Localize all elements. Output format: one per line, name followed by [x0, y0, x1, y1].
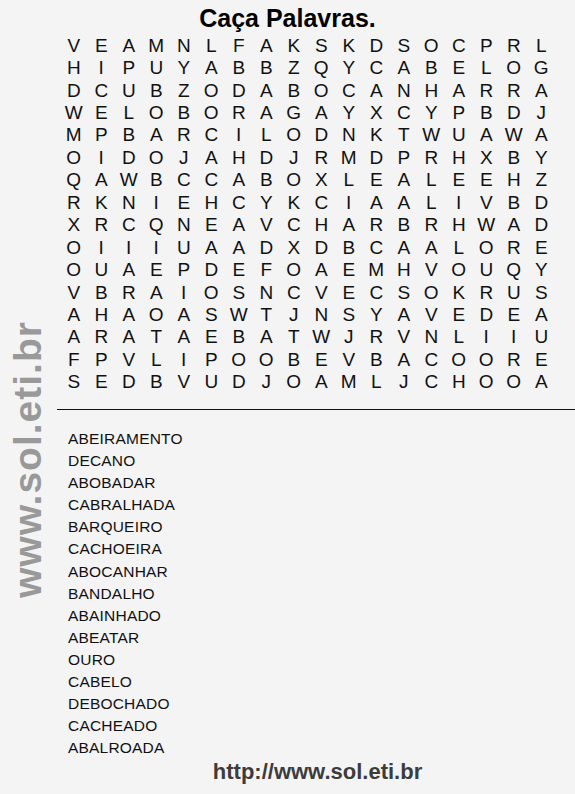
word-list-item: ABEATAR: [68, 627, 183, 649]
grid-cell[interactable]: H: [418, 79, 446, 101]
grid-cell[interactable]: J: [280, 146, 308, 168]
grid-cell[interactable]: A: [88, 169, 116, 191]
grid-cell[interactable]: A: [528, 371, 556, 393]
grid-cell[interactable]: V: [335, 348, 363, 370]
grid-cell[interactable]: C: [88, 79, 116, 101]
grid-cell[interactable]: P: [170, 258, 198, 280]
word-list-item: ABOCANHAR: [68, 561, 183, 583]
grid-cell[interactable]: K: [335, 34, 363, 56]
grid-cell[interactable]: W: [418, 124, 446, 146]
word-list-item: BANDALHO: [68, 583, 183, 605]
grid-cell[interactable]: W: [115, 169, 143, 191]
grid-cell[interactable]: A: [253, 101, 281, 123]
grid-cell[interactable]: X: [473, 146, 501, 168]
grid-cell[interactable]: E: [528, 236, 556, 258]
grid-cell[interactable]: A: [225, 169, 253, 191]
grid-cell[interactable]: E: [445, 169, 473, 191]
grid-cell[interactable]: Y: [335, 101, 363, 123]
grid-cell[interactable]: A: [445, 79, 473, 101]
grid-cell[interactable]: B: [253, 56, 281, 78]
grid-cell[interactable]: K: [280, 34, 308, 56]
grid-cell[interactable]: C: [198, 124, 226, 146]
grid-cell[interactable]: O: [500, 56, 528, 78]
grid-cell[interactable]: O: [60, 258, 88, 280]
grid-cell[interactable]: X: [280, 236, 308, 258]
grid-cell[interactable]: A: [390, 348, 418, 370]
grid-cell[interactable]: E: [528, 348, 556, 370]
grid-cell[interactable]: O: [473, 348, 501, 370]
grid-cell[interactable]: L: [445, 326, 473, 348]
grid-cell[interactable]: R: [225, 101, 253, 123]
grid-cell[interactable]: D: [528, 191, 556, 213]
grid-cell[interactable]: I: [88, 236, 116, 258]
grid-cell[interactable]: O: [253, 348, 281, 370]
grid-cell[interactable]: X: [363, 101, 391, 123]
grid-cell[interactable]: S: [335, 303, 363, 325]
grid-cell[interactable]: I: [170, 348, 198, 370]
grid-cell[interactable]: E: [225, 258, 253, 280]
grid-cell[interactable]: C: [170, 169, 198, 191]
grid-cell[interactable]: E: [170, 191, 198, 213]
grid-cell[interactable]: B: [418, 56, 446, 78]
grid-cell[interactable]: L: [473, 56, 501, 78]
grid-cell[interactable]: I: [143, 191, 171, 213]
grid-cell[interactable]: U: [528, 326, 556, 348]
grid-cell[interactable]: A: [198, 236, 226, 258]
grid-cell[interactable]: C: [308, 191, 336, 213]
grid-cell[interactable]: H: [445, 214, 473, 236]
grid-cell[interactable]: E: [473, 169, 501, 191]
grid-cell[interactable]: C: [335, 79, 363, 101]
grid-cell[interactable]: A: [143, 281, 171, 303]
grid-cell[interactable]: B: [335, 236, 363, 258]
grid-cell[interactable]: H: [445, 371, 473, 393]
grid-cell[interactable]: D: [473, 303, 501, 325]
grid-cell[interactable]: R: [60, 191, 88, 213]
grid-cell[interactable]: O: [500, 371, 528, 393]
grid-cell[interactable]: C: [198, 169, 226, 191]
grid-cell[interactable]: V: [60, 34, 88, 56]
grid-cell[interactable]: A: [363, 191, 391, 213]
grid-cell[interactable]: N: [418, 326, 446, 348]
grid-cell[interactable]: C: [445, 34, 473, 56]
grid-cell[interactable]: C: [115, 214, 143, 236]
grid-cell[interactable]: E: [363, 169, 391, 191]
grid-cell[interactable]: R: [88, 214, 116, 236]
grid-cell[interactable]: C: [225, 191, 253, 213]
grid-cell[interactable]: E: [335, 258, 363, 280]
grid-cell[interactable]: A: [363, 79, 391, 101]
grid-cell[interactable]: O: [198, 101, 226, 123]
grid-cell[interactable]: A: [308, 101, 336, 123]
grid-cell[interactable]: D: [60, 79, 88, 101]
grid-cell[interactable]: H: [390, 258, 418, 280]
grid-cell[interactable]: U: [143, 56, 171, 78]
grid-cell[interactable]: O: [445, 348, 473, 370]
grid-cell[interactable]: K: [445, 281, 473, 303]
grid-cell[interactable]: L: [363, 371, 391, 393]
grid-cell[interactable]: B: [253, 169, 281, 191]
grid-cell[interactable]: E: [335, 281, 363, 303]
grid-cell[interactable]: B: [170, 101, 198, 123]
grid-cell[interactable]: C: [280, 281, 308, 303]
grid-cell[interactable]: O: [143, 101, 171, 123]
grid-cell[interactable]: M: [363, 258, 391, 280]
grid-cell[interactable]: V: [170, 371, 198, 393]
grid-cell[interactable]: J: [280, 303, 308, 325]
grid-cell[interactable]: I: [445, 191, 473, 213]
grid-cell[interactable]: G: [528, 56, 556, 78]
grid-cell[interactable]: E: [198, 214, 226, 236]
grid-cell[interactable]: A: [143, 124, 171, 146]
grid-cell[interactable]: D: [308, 124, 336, 146]
grid-cell[interactable]: A: [225, 236, 253, 258]
grid-cell[interactable]: F: [225, 34, 253, 56]
grid-cell[interactable]: V: [473, 191, 501, 213]
grid-cell[interactable]: X: [308, 169, 336, 191]
grid-cell[interactable]: A: [308, 258, 336, 280]
grid-cell[interactable]: A: [528, 79, 556, 101]
grid-cell[interactable]: U: [500, 281, 528, 303]
divider-line: [57, 409, 575, 410]
grid-cell[interactable]: A: [418, 236, 446, 258]
grid-cell[interactable]: R: [473, 79, 501, 101]
grid-cell[interactable]: R: [363, 214, 391, 236]
grid-cell[interactable]: D: [225, 371, 253, 393]
grid-cell[interactable]: G: [280, 101, 308, 123]
grid-cell[interactable]: P: [88, 348, 116, 370]
grid-cell[interactable]: D: [225, 79, 253, 101]
word-list-item: DECANO: [68, 450, 183, 472]
grid-cell[interactable]: W: [60, 101, 88, 123]
grid-cell[interactable]: R: [88, 326, 116, 348]
grid-cell[interactable]: V: [253, 214, 281, 236]
grid-cell[interactable]: K: [280, 191, 308, 213]
grid-cell[interactable]: A: [528, 124, 556, 146]
grid-cell[interactable]: B: [390, 214, 418, 236]
grid-cell[interactable]: U: [198, 371, 226, 393]
grid-cell[interactable]: R: [418, 146, 446, 168]
grid-cell[interactable]: P: [390, 146, 418, 168]
grid-cell[interactable]: E: [88, 34, 116, 56]
grid-cell[interactable]: W: [225, 303, 253, 325]
grid-cell[interactable]: Y: [335, 56, 363, 78]
grid-cell[interactable]: I: [473, 326, 501, 348]
grid-cell[interactable]: P: [198, 348, 226, 370]
grid-cell[interactable]: A: [390, 56, 418, 78]
grid-cell[interactable]: T: [143, 326, 171, 348]
grid-cell[interactable]: B: [225, 326, 253, 348]
grid-cell[interactable]: B: [143, 79, 171, 101]
grid-cell[interactable]: D: [253, 146, 281, 168]
grid-cell[interactable]: O: [60, 236, 88, 258]
grid-cell[interactable]: X: [60, 214, 88, 236]
grid-cell[interactable]: R: [170, 124, 198, 146]
grid-cell[interactable]: T: [253, 303, 281, 325]
grid-cell[interactable]: N: [115, 191, 143, 213]
grid-cell[interactable]: W: [308, 326, 336, 348]
footer-url[interactable]: http://www.sol.eti.br: [60, 759, 575, 785]
grid-cell[interactable]: S: [390, 281, 418, 303]
grid-cell[interactable]: A: [170, 303, 198, 325]
grid-cell[interactable]: E: [143, 258, 171, 280]
grid-cell[interactable]: D: [500, 101, 528, 123]
grid-cell[interactable]: V: [418, 258, 446, 280]
grid-cell[interactable]: A: [115, 258, 143, 280]
grid-cell[interactable]: D: [115, 146, 143, 168]
grid-cell[interactable]: A: [390, 169, 418, 191]
grid-cell[interactable]: W: [473, 214, 501, 236]
grid-cell[interactable]: N: [335, 124, 363, 146]
grid-cell[interactable]: A: [253, 34, 281, 56]
grid-cell[interactable]: B: [225, 56, 253, 78]
grid-cell[interactable]: I: [225, 124, 253, 146]
grid-cell[interactable]: I: [500, 326, 528, 348]
grid-cell[interactable]: Y: [418, 101, 446, 123]
grid-cell[interactable]: A: [528, 303, 556, 325]
grid-cell[interactable]: H: [225, 146, 253, 168]
grid-cell[interactable]: O: [280, 169, 308, 191]
grid-cell[interactable]: O: [308, 79, 336, 101]
word-list-item: ABAINHADO: [68, 605, 183, 627]
grid-cell[interactable]: R: [308, 146, 336, 168]
grid-cell[interactable]: E: [445, 56, 473, 78]
grid-cell[interactable]: I: [170, 281, 198, 303]
grid-cell[interactable]: A: [115, 303, 143, 325]
grid-cell[interactable]: O: [198, 281, 226, 303]
grid-cell[interactable]: F: [60, 348, 88, 370]
grid-cell[interactable]: N: [390, 79, 418, 101]
grid-cell[interactable]: T: [280, 326, 308, 348]
grid-cell[interactable]: A: [390, 191, 418, 213]
grid-cell[interactable]: Q: [308, 56, 336, 78]
grid-cell[interactable]: Y: [253, 191, 281, 213]
grid-cell[interactable]: O: [198, 79, 226, 101]
grid-cell[interactable]: U: [115, 79, 143, 101]
grid-cell[interactable]: A: [500, 214, 528, 236]
grid-cell[interactable]: D: [528, 214, 556, 236]
grid-cell[interactable]: D: [363, 34, 391, 56]
grid-cell[interactable]: U: [445, 124, 473, 146]
grid-cell[interactable]: A: [253, 326, 281, 348]
grid-cell[interactable]: A: [115, 326, 143, 348]
grid-cell[interactable]: A: [225, 214, 253, 236]
grid-cell[interactable]: O: [225, 348, 253, 370]
grid-cell[interactable]: P: [115, 56, 143, 78]
grid-cell[interactable]: R: [115, 281, 143, 303]
grid-cell[interactable]: A: [60, 326, 88, 348]
grid-cell[interactable]: J: [335, 326, 363, 348]
grid-cell[interactable]: B: [500, 191, 528, 213]
grid-cell[interactable]: D: [198, 258, 226, 280]
grid-cell[interactable]: J: [390, 371, 418, 393]
grid-cell[interactable]: Q: [500, 258, 528, 280]
grid-cell[interactable]: O: [280, 124, 308, 146]
grid-cell[interactable]: B: [473, 101, 501, 123]
grid-cell[interactable]: I: [88, 146, 116, 168]
grid-cell[interactable]: K: [363, 124, 391, 146]
grid-cell[interactable]: V: [60, 281, 88, 303]
grid-cell[interactable]: U: [170, 236, 198, 258]
grid-cell[interactable]: K: [88, 191, 116, 213]
grid-cell[interactable]: I: [88, 56, 116, 78]
grid-cell[interactable]: A: [473, 124, 501, 146]
grid-cell[interactable]: S: [390, 34, 418, 56]
word-list-item: ABALROADA: [68, 737, 183, 759]
grid-cell[interactable]: E: [88, 101, 116, 123]
grid-cell[interactable]: R: [500, 348, 528, 370]
grid-cell[interactable]: B: [143, 169, 171, 191]
grid-cell[interactable]: O: [473, 236, 501, 258]
grid-cell[interactable]: I: [115, 236, 143, 258]
grid-cell[interactable]: L: [528, 34, 556, 56]
grid-cell[interactable]: R: [500, 236, 528, 258]
grid-cell[interactable]: V: [115, 348, 143, 370]
word-list-item: CABELO: [68, 671, 183, 693]
grid-cell[interactable]: L: [418, 169, 446, 191]
grid-cell[interactable]: D: [363, 146, 391, 168]
grid-cell[interactable]: M: [335, 146, 363, 168]
grid-cell[interactable]: D: [115, 371, 143, 393]
grid-cell[interactable]: Y: [528, 258, 556, 280]
grid-cell[interactable]: Z: [528, 169, 556, 191]
grid-cell[interactable]: N: [308, 303, 336, 325]
grid-cell[interactable]: E: [500, 303, 528, 325]
grid-cell[interactable]: L: [198, 34, 226, 56]
grid-cell[interactable]: B: [88, 281, 116, 303]
grid-cell[interactable]: J: [170, 146, 198, 168]
grid-cell[interactable]: H: [88, 303, 116, 325]
grid-cell[interactable]: O: [143, 303, 171, 325]
grid-cell[interactable]: R: [363, 326, 391, 348]
grid-cell[interactable]: A: [60, 303, 88, 325]
grid-cell[interactable]: H: [308, 214, 336, 236]
grid-cell[interactable]: P: [445, 101, 473, 123]
grid-cell[interactable]: A: [170, 326, 198, 348]
grid-cell[interactable]: L: [115, 101, 143, 123]
grid-cell[interactable]: D: [308, 236, 336, 258]
grid-cell[interactable]: B: [280, 348, 308, 370]
grid-cell[interactable]: U: [473, 258, 501, 280]
grid-cell[interactable]: R: [500, 34, 528, 56]
grid-cell[interactable]: C: [390, 101, 418, 123]
grid-cell[interactable]: O: [473, 371, 501, 393]
grid-cell[interactable]: P: [473, 34, 501, 56]
grid-cell[interactable]: I: [143, 236, 171, 258]
grid-cell[interactable]: A: [390, 303, 418, 325]
grid-cell[interactable]: A: [308, 371, 336, 393]
grid-cell[interactable]: I: [335, 191, 363, 213]
grid-cell[interactable]: A: [253, 79, 281, 101]
grid-cell[interactable]: C: [363, 281, 391, 303]
grid-cell[interactable]: E: [308, 348, 336, 370]
grid-cell[interactable]: Q: [60, 169, 88, 191]
grid-cell[interactable]: A: [335, 214, 363, 236]
grid-cell[interactable]: C: [363, 236, 391, 258]
grid-cell[interactable]: A: [198, 146, 226, 168]
grid-cell[interactable]: C: [418, 348, 446, 370]
grid-cell[interactable]: F: [253, 258, 281, 280]
word-list-item: ABEIRAMENTO: [68, 428, 183, 450]
grid-cell[interactable]: O: [418, 281, 446, 303]
page-title: Caça Palavras.: [0, 4, 575, 33]
grid-cell[interactable]: U: [88, 258, 116, 280]
grid-cell[interactable]: H: [445, 146, 473, 168]
grid-cell[interactable]: B: [500, 146, 528, 168]
grid-cell[interactable]: E: [445, 303, 473, 325]
grid-cell[interactable]: Z: [280, 56, 308, 78]
grid-cell[interactable]: O: [280, 258, 308, 280]
grid-cell[interactable]: J: [528, 101, 556, 123]
grid-cell[interactable]: M: [60, 124, 88, 146]
grid-cell[interactable]: V: [390, 326, 418, 348]
grid-cell[interactable]: L: [445, 236, 473, 258]
grid-cell[interactable]: D: [253, 236, 281, 258]
grid-cell[interactable]: O: [60, 146, 88, 168]
grid-cell[interactable]: B: [280, 79, 308, 101]
grid-cell[interactable]: S: [225, 281, 253, 303]
grid-cell[interactable]: N: [170, 34, 198, 56]
grid-cell[interactable]: H: [198, 191, 226, 213]
grid-cell[interactable]: Z: [170, 79, 198, 101]
grid-cell[interactable]: C: [280, 214, 308, 236]
grid-cell[interactable]: N: [253, 281, 281, 303]
grid-cell[interactable]: W: [500, 124, 528, 146]
grid-cell[interactable]: L: [253, 124, 281, 146]
grid-cell[interactable]: Y: [363, 303, 391, 325]
grid-cell[interactable]: O: [280, 371, 308, 393]
grid-cell[interactable]: H: [500, 169, 528, 191]
grid-cell[interactable]: M: [143, 34, 171, 56]
grid-cell[interactable]: B: [363, 348, 391, 370]
grid-cell[interactable]: R: [418, 214, 446, 236]
grid-cell[interactable]: B: [115, 124, 143, 146]
grid-cell[interactable]: T: [390, 124, 418, 146]
grid-cell[interactable]: R: [473, 281, 501, 303]
grid-cell[interactable]: Y: [170, 56, 198, 78]
grid-cell[interactable]: S: [198, 303, 226, 325]
grid-cell[interactable]: V: [308, 281, 336, 303]
grid-cell[interactable]: S: [308, 34, 336, 56]
grid-cell[interactable]: A: [198, 56, 226, 78]
watermark-sidebar-text: www.sol.eti.br: [6, 321, 50, 598]
grid-cell[interactable]: L: [335, 169, 363, 191]
grid-cell[interactable]: A: [115, 34, 143, 56]
grid-cell[interactable]: C: [418, 371, 446, 393]
grid-cell[interactable]: E: [88, 371, 116, 393]
grid-cell[interactable]: O: [418, 34, 446, 56]
grid-cell[interactable]: P: [88, 124, 116, 146]
grid-cell[interactable]: C: [363, 56, 391, 78]
grid-cell[interactable]: O: [445, 258, 473, 280]
grid-cell[interactable]: V: [418, 303, 446, 325]
grid-cell[interactable]: R: [500, 79, 528, 101]
grid-cell[interactable]: Q: [143, 214, 171, 236]
grid-cell[interactable]: S: [60, 371, 88, 393]
grid-cell[interactable]: B: [143, 371, 171, 393]
grid-cell[interactable]: N: [170, 214, 198, 236]
grid-cell[interactable]: M: [335, 371, 363, 393]
grid-cell[interactable]: J: [253, 371, 281, 393]
grid-cell[interactable]: A: [390, 236, 418, 258]
grid-cell[interactable]: S: [528, 281, 556, 303]
grid-cell[interactable]: L: [143, 348, 171, 370]
grid-cell[interactable]: E: [198, 326, 226, 348]
grid-cell[interactable]: Y: [528, 146, 556, 168]
grid-cell[interactable]: L: [418, 191, 446, 213]
grid-cell[interactable]: H: [60, 56, 88, 78]
grid-cell[interactable]: O: [143, 146, 171, 168]
